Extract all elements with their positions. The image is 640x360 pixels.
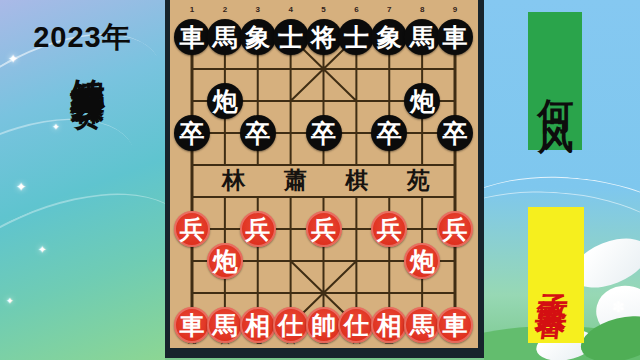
piece-black-cannon[interactable]: 炮 [207, 83, 243, 119]
piece-black-cannon[interactable]: 炮 [404, 83, 440, 119]
file-label-top: 3 [249, 5, 267, 14]
river-text: 林蕭棋苑 [222, 165, 430, 196]
piece-red-soldier[interactable]: 兵 [306, 211, 342, 247]
piece-red-cannon[interactable]: 炮 [207, 243, 243, 279]
sparkle-icon: ✦ [52, 122, 60, 132]
file-label-top: 7 [380, 5, 398, 14]
piece-red-chariot[interactable]: 車 [437, 307, 473, 343]
player-name-black: 何风 [531, 70, 580, 114]
file-label-top: 1 [183, 5, 201, 14]
event-title: 锦绣杯象棋公开赛 [66, 52, 110, 357]
piece-black-chariot[interactable]: 車 [174, 19, 210, 55]
piece-black-advisor[interactable]: 士 [273, 19, 309, 55]
piece-black-soldier[interactable]: 卒 [371, 115, 407, 151]
piece-black-soldier[interactable]: 卒 [240, 115, 276, 151]
piece-red-soldier[interactable]: 兵 [240, 211, 276, 247]
piece-black-horse[interactable]: 馬 [404, 19, 440, 55]
piece-black-soldier[interactable]: 卒 [306, 115, 342, 151]
file-label-top: 4 [282, 5, 300, 14]
sparkle-icon: ✻ [612, 298, 625, 316]
players-panel: ✻ 何风 孟繁睿 [484, 0, 640, 360]
piece-black-soldier[interactable]: 卒 [437, 115, 473, 151]
file-label-top: 6 [347, 5, 365, 14]
board-area: 123456789 九八七六五四三二一 林蕭棋苑 車馬象士将士象馬車炮炮卒卒卒卒… [170, 0, 478, 348]
sparkle-icon: ✦ [16, 180, 26, 194]
piece-red-cannon[interactable]: 炮 [404, 243, 440, 279]
player-name-box-red: 孟繁睿 [528, 207, 584, 343]
river-character: 苑 [407, 165, 430, 196]
video-frame: ✦ ✦ ✦ ✦ ✦ 2023年 锦绣杯象棋公开赛 123456789 九八七六五… [0, 0, 640, 360]
file-label-top: 5 [315, 5, 333, 14]
piece-red-general[interactable]: 帥 [306, 307, 342, 343]
piece-black-general[interactable]: 将 [306, 19, 342, 55]
piece-red-horse[interactable]: 馬 [404, 307, 440, 343]
file-label-top: 9 [446, 5, 464, 14]
river-character: 蕭 [284, 165, 307, 196]
file-label-top: 2 [216, 5, 234, 14]
piece-red-horse[interactable]: 馬 [207, 307, 243, 343]
piece-red-soldier[interactable]: 兵 [371, 211, 407, 247]
piece-black-horse[interactable]: 馬 [207, 19, 243, 55]
sparkle-icon: ✦ [6, 296, 14, 306]
river-character: 林 [222, 165, 245, 196]
file-label-top: 8 [413, 5, 431, 14]
player-name-box-black: 何风 [528, 12, 582, 150]
piece-black-elephant[interactable]: 象 [371, 19, 407, 55]
piece-red-elephant[interactable]: 相 [240, 307, 276, 343]
piece-red-advisor[interactable]: 仕 [273, 307, 309, 343]
river-character: 棋 [345, 165, 368, 196]
event-banner: ✦ ✦ ✦ ✦ ✦ 2023年 锦绣杯象棋公开赛 [0, 0, 165, 360]
piece-black-chariot[interactable]: 車 [437, 19, 473, 55]
piece-red-soldier[interactable]: 兵 [174, 211, 210, 247]
player-name-red: 孟繁睿 [533, 268, 579, 289]
xiangqi-board: 123456789 九八七六五四三二一 林蕭棋苑 車馬象士将士象馬車炮炮卒卒卒卒… [165, 0, 484, 358]
sparkle-icon: ✦ [38, 244, 46, 255]
piece-red-elephant[interactable]: 相 [371, 307, 407, 343]
piece-black-elephant[interactable]: 象 [240, 19, 276, 55]
piece-red-soldier[interactable]: 兵 [437, 211, 473, 247]
piece-black-soldier[interactable]: 卒 [174, 115, 210, 151]
piece-red-chariot[interactable]: 車 [174, 307, 210, 343]
